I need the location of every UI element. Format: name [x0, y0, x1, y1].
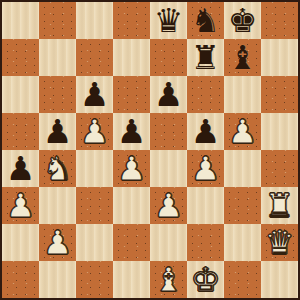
square-h6[interactable]: [261, 76, 298, 113]
square-c7[interactable]: [76, 39, 113, 76]
black-bishop-g7: ♝: [228, 39, 258, 76]
square-g2[interactable]: [224, 224, 261, 261]
square-h8[interactable]: [261, 2, 298, 39]
square-d8[interactable]: [113, 2, 150, 39]
square-f4[interactable]: ♟: [187, 150, 224, 187]
square-c6[interactable]: ♟: [76, 76, 113, 113]
black-knight-f8: ♞: [191, 2, 221, 39]
square-e1[interactable]: ♝: [150, 261, 187, 298]
square-e3[interactable]: ♟: [150, 187, 187, 224]
white-pawn-a3: ♟: [6, 187, 36, 224]
white-king-f1: ♚: [191, 261, 221, 298]
square-d2[interactable]: [113, 224, 150, 261]
square-f5[interactable]: ♟: [187, 113, 224, 150]
square-f2[interactable]: [187, 224, 224, 261]
square-c4[interactable]: [76, 150, 113, 187]
square-e2[interactable]: [150, 224, 187, 261]
square-f7[interactable]: ♜: [187, 39, 224, 76]
square-a8[interactable]: [2, 2, 39, 39]
white-knight-b4: ♞: [43, 150, 73, 187]
square-d6[interactable]: [113, 76, 150, 113]
black-rook-f7: ♜: [191, 39, 221, 76]
square-a4[interactable]: ♟: [2, 150, 39, 187]
square-e8[interactable]: ♛: [150, 2, 187, 39]
square-e7[interactable]: [150, 39, 187, 76]
square-d5[interactable]: ♟: [113, 113, 150, 150]
white-pawn-c5: ♟: [80, 113, 110, 150]
white-bishop-e1: ♝: [154, 261, 184, 298]
black-pawn-c6: ♟: [80, 76, 110, 113]
white-pawn-d4: ♟: [117, 150, 147, 187]
square-b2[interactable]: ♟: [39, 224, 76, 261]
square-b5[interactable]: ♟: [39, 113, 76, 150]
square-g6[interactable]: [224, 76, 261, 113]
white-pawn-b2: ♟: [43, 224, 73, 261]
black-queen-e8: ♛: [154, 2, 184, 39]
square-h7[interactable]: [261, 39, 298, 76]
square-d3[interactable]: [113, 187, 150, 224]
square-a3[interactable]: ♟: [2, 187, 39, 224]
square-a2[interactable]: [2, 224, 39, 261]
square-g8[interactable]: ♚: [224, 2, 261, 39]
black-pawn-f5: ♟: [191, 113, 221, 150]
black-pawn-e6: ♟: [154, 76, 184, 113]
square-g3[interactable]: [224, 187, 261, 224]
square-c5[interactable]: ♟: [76, 113, 113, 150]
white-pawn-g5: ♟: [228, 113, 258, 150]
square-e4[interactable]: [150, 150, 187, 187]
square-c2[interactable]: [76, 224, 113, 261]
square-e5[interactable]: [150, 113, 187, 150]
square-b1[interactable]: [39, 261, 76, 298]
square-b7[interactable]: [39, 39, 76, 76]
square-f6[interactable]: [187, 76, 224, 113]
square-a5[interactable]: [2, 113, 39, 150]
square-e6[interactable]: ♟: [150, 76, 187, 113]
square-h5[interactable]: [261, 113, 298, 150]
white-rook-h3: ♜: [265, 187, 295, 224]
square-h1[interactable]: [261, 261, 298, 298]
square-f3[interactable]: [187, 187, 224, 224]
square-a1[interactable]: [2, 261, 39, 298]
square-b8[interactable]: [39, 2, 76, 39]
square-g4[interactable]: [224, 150, 261, 187]
square-f1[interactable]: ♚: [187, 261, 224, 298]
square-f8[interactable]: ♞: [187, 2, 224, 39]
square-a6[interactable]: [2, 76, 39, 113]
square-g1[interactable]: [224, 261, 261, 298]
square-d4[interactable]: ♟: [113, 150, 150, 187]
black-pawn-b5: ♟: [43, 113, 73, 150]
square-d7[interactable]: [113, 39, 150, 76]
square-g7[interactable]: ♝: [224, 39, 261, 76]
black-pawn-d5: ♟: [117, 113, 147, 150]
black-king-g8: ♚: [228, 2, 258, 39]
square-h3[interactable]: ♜: [261, 187, 298, 224]
square-h2[interactable]: ♛: [261, 224, 298, 261]
white-pawn-f4: ♟: [191, 150, 221, 187]
chess-board: ♛♞♚♜♝♟♟♟♟♟♟♟♟♞♟♟♟♟♜♟♛♝♚: [2, 2, 298, 298]
square-h4[interactable]: [261, 150, 298, 187]
square-g5[interactable]: ♟: [224, 113, 261, 150]
square-a7[interactable]: [2, 39, 39, 76]
square-d1[interactable]: [113, 261, 150, 298]
square-b6[interactable]: [39, 76, 76, 113]
square-c8[interactable]: [76, 2, 113, 39]
white-pawn-e3: ♟: [154, 187, 184, 224]
square-b3[interactable]: [39, 187, 76, 224]
white-queen-h2: ♛: [265, 224, 295, 261]
square-c3[interactable]: [76, 187, 113, 224]
chess-board-frame: ♛♞♚♜♝♟♟♟♟♟♟♟♟♞♟♟♟♟♜♟♛♝♚: [0, 0, 300, 300]
square-b4[interactable]: ♞: [39, 150, 76, 187]
black-pawn-a4: ♟: [6, 150, 36, 187]
square-c1[interactable]: [76, 261, 113, 298]
